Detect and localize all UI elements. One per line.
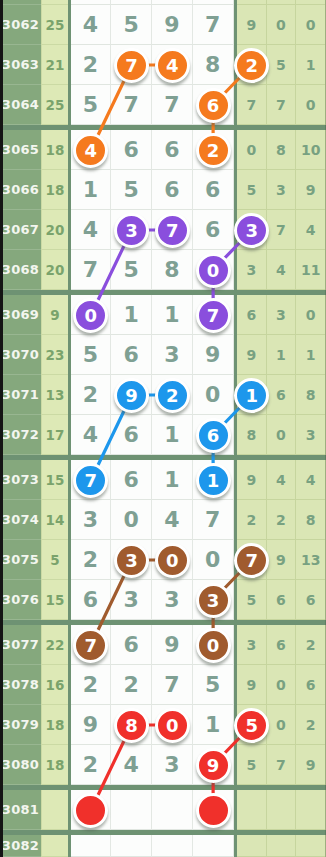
- highlight-circle: 0: [196, 628, 231, 663]
- highlight-circle: 8: [114, 708, 149, 743]
- highlight-circle: 6: [196, 418, 231, 453]
- highlight-circle: 2: [155, 378, 190, 413]
- highlight-circle: 2: [196, 133, 231, 168]
- highlight-circle: 3: [196, 583, 231, 618]
- highlight-circle: 4: [73, 133, 108, 168]
- prediction-dot: [73, 793, 108, 828]
- highlight-circle: 7: [73, 463, 108, 498]
- trend-chart-board: 3062254597900306321274825130642557767703…: [0, 0, 326, 857]
- highlight-circle: 0: [196, 253, 231, 288]
- highlight-circle: 1: [234, 378, 269, 413]
- highlight-circle: 9: [196, 748, 231, 783]
- highlight-circle: 1: [196, 463, 231, 498]
- highlight-circle: 3: [114, 213, 149, 248]
- highlight-circle: 2: [234, 48, 269, 83]
- prediction-dot: [196, 793, 231, 828]
- highlight-circle: 7: [155, 213, 190, 248]
- highlight-circle: 7: [234, 543, 269, 578]
- highlight-circle: 0: [155, 543, 190, 578]
- highlight-circle: 3: [234, 213, 269, 248]
- highlight-circle: 4: [155, 48, 190, 83]
- highlight-circle: 9: [114, 378, 149, 413]
- highlight-circle: 0: [73, 298, 108, 333]
- highlight-circle: 6: [196, 88, 231, 123]
- highlight-circle: 7: [73, 628, 108, 663]
- highlight-circle: 5: [234, 708, 269, 743]
- highlight-circle: 7: [196, 298, 231, 333]
- highlight-circle: 0: [155, 708, 190, 743]
- highlight-circle: 3: [114, 543, 149, 578]
- left-screen-edge: [0, 0, 3, 857]
- highlight-circle: 7: [114, 48, 149, 83]
